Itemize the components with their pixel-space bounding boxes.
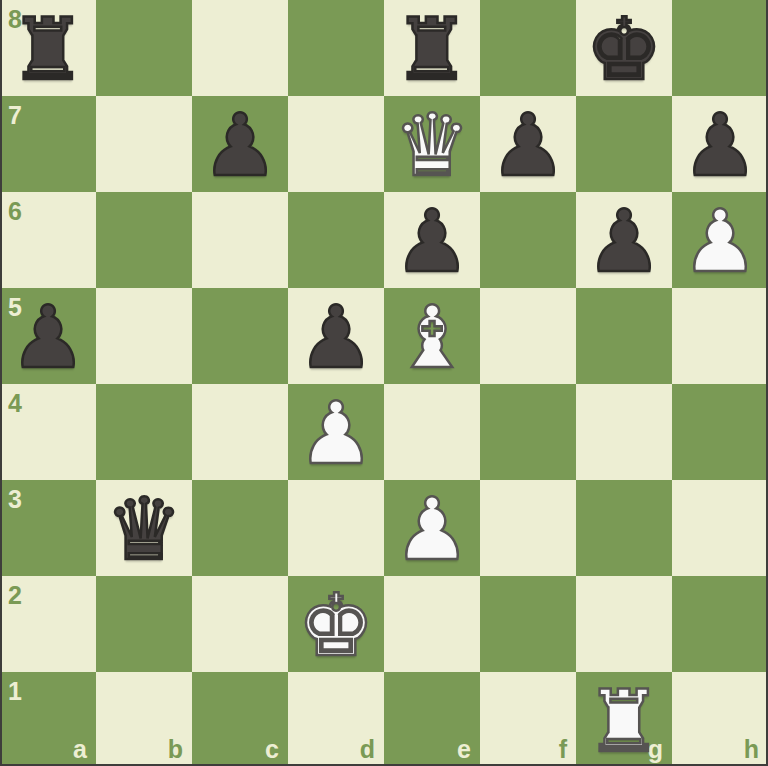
square-f2[interactable] [480, 576, 576, 672]
square-c1[interactable]: c [192, 672, 288, 766]
rank-label-7: 7 [8, 101, 22, 130]
square-h5[interactable] [672, 288, 768, 384]
square-f6[interactable] [480, 192, 576, 288]
square-f7[interactable]: ♟ [480, 96, 576, 192]
square-d2[interactable]: ♚ [288, 576, 384, 672]
square-e3[interactable]: ♟ [384, 480, 480, 576]
rank-label-1: 1 [8, 677, 22, 706]
piece-black-pawn-e6[interactable]: ♟ [384, 192, 480, 288]
rank-label-6: 6 [8, 197, 22, 226]
square-h4[interactable] [672, 384, 768, 480]
square-g1[interactable]: g♜ [576, 672, 672, 766]
file-label-b: b [168, 735, 183, 764]
square-c8[interactable] [192, 0, 288, 96]
piece-black-pawn-a5[interactable]: ♟ [0, 288, 96, 384]
piece-black-pawn-c7[interactable]: ♟ [192, 96, 288, 192]
square-d7[interactable] [288, 96, 384, 192]
square-g7[interactable] [576, 96, 672, 192]
square-c5[interactable] [192, 288, 288, 384]
square-e6[interactable]: ♟ [384, 192, 480, 288]
square-h3[interactable] [672, 480, 768, 576]
piece-black-pawn-d5[interactable]: ♟ [288, 288, 384, 384]
piece-black-pawn-g6[interactable]: ♟ [576, 192, 672, 288]
square-c4[interactable] [192, 384, 288, 480]
square-e1[interactable]: e [384, 672, 480, 766]
square-f4[interactable] [480, 384, 576, 480]
square-d3[interactable] [288, 480, 384, 576]
square-d8[interactable] [288, 0, 384, 96]
square-a8[interactable]: 8♜ [0, 0, 96, 96]
rank-label-3: 3 [8, 485, 22, 514]
square-g3[interactable] [576, 480, 672, 576]
square-f1[interactable]: f [480, 672, 576, 766]
file-label-e: e [457, 735, 471, 764]
square-c6[interactable] [192, 192, 288, 288]
square-c2[interactable] [192, 576, 288, 672]
square-d6[interactable] [288, 192, 384, 288]
square-a6[interactable]: 6 [0, 192, 96, 288]
square-h7[interactable]: ♟ [672, 96, 768, 192]
square-b8[interactable] [96, 0, 192, 96]
square-b3[interactable]: ♛ [96, 480, 192, 576]
rank-label-2: 2 [8, 581, 22, 610]
square-f5[interactable] [480, 288, 576, 384]
square-g5[interactable] [576, 288, 672, 384]
square-h6[interactable]: ♟ [672, 192, 768, 288]
square-d5[interactable]: ♟ [288, 288, 384, 384]
piece-black-rook-a8[interactable]: ♜ [0, 0, 96, 96]
square-a1[interactable]: 1a [0, 672, 96, 766]
square-d1[interactable]: d [288, 672, 384, 766]
square-a7[interactable]: 7 [0, 96, 96, 192]
square-h2[interactable] [672, 576, 768, 672]
square-g4[interactable] [576, 384, 672, 480]
square-e4[interactable] [384, 384, 480, 480]
square-b5[interactable] [96, 288, 192, 384]
piece-black-rook-e8[interactable]: ♜ [384, 0, 480, 96]
square-b1[interactable]: b [96, 672, 192, 766]
square-g8[interactable]: ♚ [576, 0, 672, 96]
file-label-a: a [73, 735, 87, 764]
square-e2[interactable] [384, 576, 480, 672]
piece-white-rook-g1[interactable]: ♜ [576, 672, 672, 766]
board-edge-left [0, 0, 2, 766]
square-h1[interactable]: h [672, 672, 768, 766]
piece-white-king-d2[interactable]: ♚ [288, 576, 384, 672]
square-a5[interactable]: 5♟ [0, 288, 96, 384]
square-f8[interactable] [480, 0, 576, 96]
square-b7[interactable] [96, 96, 192, 192]
piece-black-pawn-f7[interactable]: ♟ [480, 96, 576, 192]
file-label-d: d [360, 735, 375, 764]
square-b2[interactable] [96, 576, 192, 672]
chess-board: 8♜♜♚7♟♛♟♟6♟♟♟5♟♟♝4♟3♛♟2♚1abcdefg♜h [0, 0, 768, 766]
file-label-c: c [265, 735, 279, 764]
square-e8[interactable]: ♜ [384, 0, 480, 96]
square-g2[interactable] [576, 576, 672, 672]
square-d4[interactable]: ♟ [288, 384, 384, 480]
square-c3[interactable] [192, 480, 288, 576]
square-h8[interactable] [672, 0, 768, 96]
square-c7[interactable]: ♟ [192, 96, 288, 192]
piece-white-bishop-e5[interactable]: ♝ [384, 288, 480, 384]
file-label-h: h [744, 735, 759, 764]
square-a4[interactable]: 4 [0, 384, 96, 480]
square-a2[interactable]: 2 [0, 576, 96, 672]
piece-black-queen-b3[interactable]: ♛ [96, 480, 192, 576]
file-label-f: f [559, 735, 567, 764]
piece-white-pawn-d4[interactable]: ♟ [288, 384, 384, 480]
piece-white-queen-e7[interactable]: ♛ [384, 96, 480, 192]
chess-board-container: 8♜♜♚7♟♛♟♟6♟♟♟5♟♟♝4♟3♛♟2♚1abcdefg♜h [0, 0, 768, 766]
square-f3[interactable] [480, 480, 576, 576]
square-b6[interactable] [96, 192, 192, 288]
piece-white-pawn-h6[interactable]: ♟ [672, 192, 768, 288]
square-a3[interactable]: 3 [0, 480, 96, 576]
piece-white-pawn-e3[interactable]: ♟ [384, 480, 480, 576]
square-b4[interactable] [96, 384, 192, 480]
piece-black-pawn-h7[interactable]: ♟ [672, 96, 768, 192]
square-g6[interactable]: ♟ [576, 192, 672, 288]
rank-label-4: 4 [8, 389, 22, 418]
piece-black-king-g8[interactable]: ♚ [576, 0, 672, 96]
square-e7[interactable]: ♛ [384, 96, 480, 192]
square-e5[interactable]: ♝ [384, 288, 480, 384]
